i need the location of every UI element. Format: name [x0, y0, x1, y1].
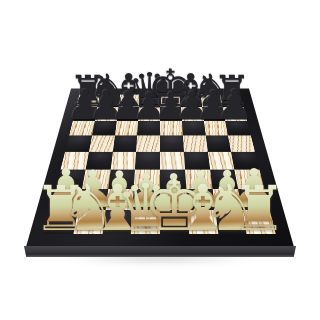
square-c6: [115, 121, 139, 136]
square-f5: [183, 136, 208, 152]
square-c2: [105, 189, 134, 210]
square-b2: [78, 189, 108, 210]
square-f7: [181, 107, 204, 121]
square-f8: [180, 95, 202, 108]
square-g4: [207, 152, 234, 170]
square-b3: [82, 169, 111, 188]
square-e1: [160, 210, 189, 234]
square-d1: [131, 210, 160, 234]
square-h6: [225, 121, 251, 136]
square-g2: [212, 189, 242, 210]
square-f6: [182, 121, 206, 136]
square-a6: [69, 121, 95, 136]
square-a4: [61, 152, 89, 170]
square-f4: [184, 152, 210, 170]
square-e4: [160, 152, 185, 170]
square-f2: [186, 189, 215, 210]
square-d2: [133, 189, 160, 210]
square-e8: [160, 95, 181, 108]
square-b1: [73, 210, 105, 234]
square-b4: [85, 152, 112, 170]
square-a8: [76, 95, 99, 108]
square-b6: [92, 121, 117, 136]
board-grid: [44, 95, 275, 234]
square-g6: [204, 121, 229, 136]
square-e5: [160, 136, 184, 152]
square-h8: [220, 95, 243, 108]
board-front-edge: [24, 246, 296, 257]
square-f1: [187, 210, 217, 234]
square-a1: [44, 210, 77, 234]
square-h4: [231, 152, 259, 170]
square-h2: [238, 189, 269, 210]
square-g5: [205, 136, 231, 152]
square-a5: [65, 136, 92, 152]
square-a3: [56, 169, 86, 188]
square-d7: [138, 107, 160, 121]
square-h3: [235, 169, 265, 188]
square-d6: [137, 121, 160, 136]
square-b5: [89, 136, 115, 152]
product-photo-stage: ♜♞♝♛♚♝♞♜♟♟♟♟♟♟♟♟♟♟♟♟♟♟♟♟♜♞♝♛♚♝♞♜: [0, 0, 320, 320]
square-d3: [134, 169, 160, 188]
square-h5: [228, 136, 255, 152]
square-d8: [139, 95, 160, 108]
square-e3: [160, 169, 186, 188]
square-c8: [118, 95, 140, 108]
square-b7: [95, 107, 119, 121]
square-d5: [136, 136, 160, 152]
square-c5: [113, 136, 138, 152]
chess-board: [26, 89, 294, 247]
square-g8: [200, 95, 223, 108]
square-g3: [210, 169, 239, 188]
square-c3: [108, 169, 135, 188]
square-c4: [110, 152, 136, 170]
square-f3: [185, 169, 212, 188]
square-b8: [97, 95, 120, 108]
square-e2: [160, 189, 187, 210]
square-d4: [135, 152, 160, 170]
square-h7: [223, 107, 247, 121]
square-c1: [102, 210, 132, 234]
square-e7: [160, 107, 182, 121]
square-h1: [242, 210, 275, 234]
square-g7: [202, 107, 226, 121]
square-a7: [73, 107, 97, 121]
square-c7: [116, 107, 139, 121]
square-e6: [160, 121, 183, 136]
square-a2: [50, 189, 81, 210]
